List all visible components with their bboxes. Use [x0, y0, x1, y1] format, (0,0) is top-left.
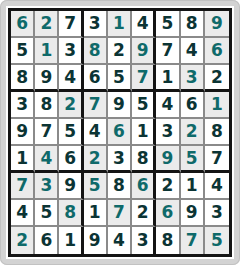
cell-r5c6[interactable]: 1	[132, 119, 156, 146]
cell-r6c1[interactable]: 1	[11, 146, 35, 173]
cell-r5c1[interactable]: 9	[11, 119, 35, 146]
cell-r6c3[interactable]: 6	[59, 146, 83, 173]
cell-r5c2[interactable]: 7	[35, 119, 59, 146]
cell-r3c5[interactable]: 5	[108, 65, 132, 92]
cell-r4c2[interactable]: 8	[35, 92, 59, 119]
cell-r4c7[interactable]: 4	[156, 92, 180, 119]
cell-r1c4[interactable]: 3	[84, 11, 108, 38]
cell-r4c3[interactable]: 2	[59, 92, 83, 119]
cell-r5c5[interactable]: 6	[108, 119, 132, 146]
cell-r6c6[interactable]: 8	[132, 146, 156, 173]
cell-r7c6[interactable]: 6	[132, 173, 156, 200]
cell-r1c1[interactable]: 6	[11, 11, 35, 38]
cell-r9c1[interactable]: 2	[11, 227, 35, 254]
cell-r3c8[interactable]: 3	[181, 65, 205, 92]
cell-r1c5[interactable]: 1	[108, 11, 132, 38]
cell-r6c5[interactable]: 3	[108, 146, 132, 173]
cell-r7c4[interactable]: 5	[84, 173, 108, 200]
cell-r2c1[interactable]: 5	[11, 38, 35, 65]
cell-r1c6[interactable]: 4	[132, 11, 156, 38]
cell-r1c7[interactable]: 5	[156, 11, 180, 38]
cell-r1c3[interactable]: 7	[59, 11, 83, 38]
cell-r2c8[interactable]: 4	[181, 38, 205, 65]
cell-r2c2[interactable]: 1	[35, 38, 59, 65]
cell-r7c5[interactable]: 8	[108, 173, 132, 200]
cell-r7c9[interactable]: 4	[205, 173, 229, 200]
cell-r3c3[interactable]: 4	[59, 65, 83, 92]
cell-r9c6[interactable]: 3	[132, 227, 156, 254]
cell-r6c2[interactable]: 4	[35, 146, 59, 173]
cell-r4c8[interactable]: 6	[181, 92, 205, 119]
cell-r6c9[interactable]: 7	[205, 146, 229, 173]
cell-r8c7[interactable]: 6	[156, 200, 180, 227]
cell-r5c8[interactable]: 2	[181, 119, 205, 146]
cell-r3c4[interactable]: 6	[84, 65, 108, 92]
cell-r9c5[interactable]: 4	[108, 227, 132, 254]
cell-r1c2[interactable]: 2	[35, 11, 59, 38]
cell-r9c3[interactable]: 1	[59, 227, 83, 254]
cell-r7c8[interactable]: 1	[181, 173, 205, 200]
cell-r6c7[interactable]: 9	[156, 146, 180, 173]
cell-r7c2[interactable]: 3	[35, 173, 59, 200]
cell-r5c7[interactable]: 3	[156, 119, 180, 146]
cell-r4c1[interactable]: 3	[11, 92, 35, 119]
cell-r9c2[interactable]: 6	[35, 227, 59, 254]
cell-r8c3[interactable]: 8	[59, 200, 83, 227]
cell-r3c7[interactable]: 1	[156, 65, 180, 92]
cell-r8c2[interactable]: 5	[35, 200, 59, 227]
cell-r2c3[interactable]: 3	[59, 38, 83, 65]
sudoku-board: 6273145895138297468946571323827954619754…	[8, 8, 232, 257]
sudoku-widget: 6273145895138297468946571323827954619754…	[0, 0, 240, 265]
cell-r9c7[interactable]: 8	[156, 227, 180, 254]
cell-r5c9[interactable]: 8	[205, 119, 229, 146]
cell-r3c9[interactable]: 2	[205, 65, 229, 92]
cell-r8c4[interactable]: 1	[84, 200, 108, 227]
cell-r9c4[interactable]: 9	[84, 227, 108, 254]
cell-r9c8[interactable]: 7	[181, 227, 205, 254]
cell-r9c9[interactable]: 5	[205, 227, 229, 254]
cell-r6c4[interactable]: 2	[84, 146, 108, 173]
cell-r2c7[interactable]: 7	[156, 38, 180, 65]
cell-r8c8[interactable]: 9	[181, 200, 205, 227]
cell-r2c5[interactable]: 2	[108, 38, 132, 65]
cell-r4c6[interactable]: 5	[132, 92, 156, 119]
cell-r4c9[interactable]: 1	[205, 92, 229, 119]
cell-r3c2[interactable]: 9	[35, 65, 59, 92]
cell-r3c6[interactable]: 7	[132, 65, 156, 92]
cell-r8c6[interactable]: 2	[132, 200, 156, 227]
cell-r5c3[interactable]: 5	[59, 119, 83, 146]
cell-r7c3[interactable]: 9	[59, 173, 83, 200]
cell-r4c4[interactable]: 7	[84, 92, 108, 119]
cell-r7c1[interactable]: 7	[11, 173, 35, 200]
cell-r7c7[interactable]: 2	[156, 173, 180, 200]
cell-r5c4[interactable]: 4	[84, 119, 108, 146]
cell-r2c9[interactable]: 6	[205, 38, 229, 65]
cell-r8c5[interactable]: 7	[108, 200, 132, 227]
cell-r1c8[interactable]: 8	[181, 11, 205, 38]
cell-r1c9[interactable]: 9	[205, 11, 229, 38]
cell-r2c4[interactable]: 8	[84, 38, 108, 65]
cell-r6c8[interactable]: 5	[181, 146, 205, 173]
cell-r2c6[interactable]: 9	[132, 38, 156, 65]
cell-r3c1[interactable]: 8	[11, 65, 35, 92]
cell-r4c5[interactable]: 9	[108, 92, 132, 119]
cell-r8c9[interactable]: 3	[205, 200, 229, 227]
cell-r8c1[interactable]: 4	[11, 200, 35, 227]
